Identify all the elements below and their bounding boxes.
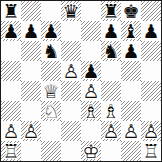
square-d3[interactable]	[61, 101, 81, 121]
square-h6[interactable]	[141, 41, 161, 61]
square-g4[interactable]	[121, 81, 141, 101]
square-a1[interactable]: ♜♖	[1, 141, 21, 161]
black-knight: ♞♞	[101, 41, 121, 61]
black-pawn: ♟♟	[41, 21, 61, 41]
square-h5[interactable]	[141, 61, 161, 81]
square-b6[interactable]	[21, 41, 41, 61]
piece-glyph: ♟	[101, 21, 121, 41]
black-pawn: ♟♟	[21, 21, 41, 41]
square-a5[interactable]	[1, 61, 21, 81]
square-b2[interactable]: ♟♙	[21, 121, 41, 141]
square-g2[interactable]: ♟♙	[121, 121, 141, 141]
square-c1[interactable]	[41, 141, 61, 161]
piece-glyph: ♟	[41, 21, 61, 41]
piece-glyph: ♙	[101, 121, 121, 141]
square-a2[interactable]: ♟♙	[1, 121, 21, 141]
piece-glyph: ♙	[141, 121, 161, 141]
square-d2[interactable]	[61, 121, 81, 141]
square-g6[interactable]: ♟♟	[121, 41, 141, 61]
square-d7[interactable]	[61, 21, 81, 41]
square-b5[interactable]	[21, 61, 41, 81]
square-f1[interactable]	[101, 141, 121, 161]
piece-glyph: ♛	[61, 1, 81, 21]
square-h8[interactable]	[141, 1, 161, 21]
chess-board: ♜♜♛♛♜♜♚♚♟♟♟♟♟♟♟♟♝♝♟♟♞♞♞♞♟♟♟♙♟♟♛♕♟♙♞♘♝♗♝♗…	[0, 0, 162, 162]
black-pawn: ♟♟	[121, 41, 141, 61]
square-a6[interactable]	[1, 41, 21, 61]
black-queen: ♛♛	[61, 1, 81, 21]
square-a8[interactable]: ♜♜	[1, 1, 21, 21]
square-h3[interactable]	[141, 101, 161, 121]
white-pawn: ♟♙	[61, 61, 81, 81]
square-a7[interactable]: ♟♟	[1, 21, 21, 41]
square-a3[interactable]	[1, 101, 21, 121]
white-rook: ♜♖	[141, 141, 161, 161]
square-e4[interactable]: ♟♙	[81, 81, 101, 101]
piece-glyph: ♟	[121, 41, 141, 61]
black-pawn: ♟♟	[101, 21, 121, 41]
square-f2[interactable]: ♟♙	[101, 121, 121, 141]
piece-glyph: ♔	[81, 141, 101, 161]
square-f8[interactable]: ♜♜	[101, 1, 121, 21]
white-pawn: ♟♙	[121, 121, 141, 141]
piece-glyph: ♞	[101, 41, 121, 61]
piece-glyph: ♙	[61, 61, 81, 81]
square-h1[interactable]: ♜♖	[141, 141, 161, 161]
black-king: ♚♚	[121, 1, 141, 21]
square-h7[interactable]: ♟♟	[141, 21, 161, 41]
black-pawn: ♟♟	[81, 61, 101, 81]
square-h4[interactable]	[141, 81, 161, 101]
white-king: ♚♔	[81, 141, 101, 161]
piece-glyph: ♞	[41, 41, 61, 61]
square-g1[interactable]	[121, 141, 141, 161]
piece-glyph: ♗	[101, 101, 121, 121]
square-b1[interactable]	[21, 141, 41, 161]
square-e6[interactable]	[81, 41, 101, 61]
square-d5[interactable]: ♟♙	[61, 61, 81, 81]
square-d1[interactable]	[61, 141, 81, 161]
square-e7[interactable]	[81, 21, 101, 41]
square-g3[interactable]	[121, 101, 141, 121]
square-e5[interactable]: ♟♟	[81, 61, 101, 81]
square-d8[interactable]: ♛♛	[61, 1, 81, 21]
black-knight: ♞♞	[41, 41, 61, 61]
piece-glyph: ♝	[121, 21, 141, 41]
piece-glyph: ♟	[141, 21, 161, 41]
piece-glyph: ♚	[121, 1, 141, 21]
square-b4[interactable]	[21, 81, 41, 101]
square-e2[interactable]	[81, 121, 101, 141]
piece-glyph: ♖	[1, 141, 21, 161]
black-bishop: ♝♝	[121, 21, 141, 41]
piece-glyph: ♟	[81, 61, 101, 81]
white-pawn: ♟♙	[81, 81, 101, 101]
piece-glyph: ♖	[141, 141, 161, 161]
white-knight: ♞♘	[41, 101, 61, 121]
square-h2[interactable]: ♟♙	[141, 121, 161, 141]
square-f4[interactable]	[101, 81, 121, 101]
square-b3[interactable]	[21, 101, 41, 121]
black-rook: ♜♜	[101, 1, 121, 21]
square-c2[interactable]	[41, 121, 61, 141]
square-c8[interactable]	[41, 1, 61, 21]
piece-glyph: ♙	[121, 121, 141, 141]
white-rook: ♜♖	[1, 141, 21, 161]
square-a4[interactable]	[1, 81, 21, 101]
black-pawn: ♟♟	[141, 21, 161, 41]
black-pawn: ♟♟	[1, 21, 21, 41]
piece-glyph: ♟	[1, 21, 21, 41]
piece-glyph: ♘	[41, 101, 61, 121]
square-c4[interactable]: ♛♕	[41, 81, 61, 101]
square-d4[interactable]	[61, 81, 81, 101]
white-pawn: ♟♙	[21, 121, 41, 141]
piece-glyph: ♕	[41, 81, 61, 101]
square-g5[interactable]	[121, 61, 141, 81]
square-e8[interactable]	[81, 1, 101, 21]
square-g7[interactable]: ♝♝	[121, 21, 141, 41]
piece-glyph: ♜	[1, 1, 21, 21]
square-b7[interactable]: ♟♟	[21, 21, 41, 41]
piece-glyph: ♙	[1, 121, 21, 141]
square-e1[interactable]: ♚♔	[81, 141, 101, 161]
piece-glyph: ♙	[81, 81, 101, 101]
white-pawn: ♟♙	[101, 121, 121, 141]
square-c3[interactable]: ♞♘	[41, 101, 61, 121]
white-pawn: ♟♙	[141, 121, 161, 141]
piece-glyph: ♗	[81, 101, 101, 121]
square-b8[interactable]	[21, 1, 41, 21]
square-g8[interactable]: ♚♚	[121, 1, 141, 21]
square-f7[interactable]: ♟♟	[101, 21, 121, 41]
square-f5[interactable]	[101, 61, 121, 81]
piece-glyph: ♟	[21, 21, 41, 41]
white-bishop: ♝♗	[81, 101, 101, 121]
square-c5[interactable]	[41, 61, 61, 81]
white-bishop: ♝♗	[101, 101, 121, 121]
square-f3[interactable]: ♝♗	[101, 101, 121, 121]
white-queen: ♛♕	[41, 81, 61, 101]
white-pawn: ♟♙	[1, 121, 21, 141]
square-f6[interactable]: ♞♞	[101, 41, 121, 61]
square-c7[interactable]: ♟♟	[41, 21, 61, 41]
square-c6[interactable]: ♞♞	[41, 41, 61, 61]
square-d6[interactable]	[61, 41, 81, 61]
square-e3[interactable]: ♝♗	[81, 101, 101, 121]
black-rook: ♜♜	[1, 1, 21, 21]
piece-glyph: ♙	[21, 121, 41, 141]
piece-glyph: ♜	[101, 1, 121, 21]
